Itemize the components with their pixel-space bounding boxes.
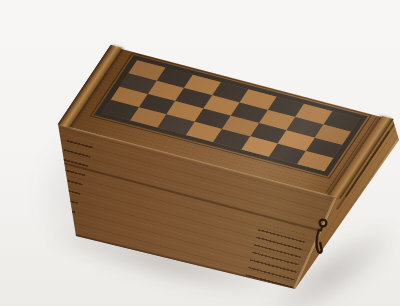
hook-and-eye-latch bbox=[306, 213, 336, 259]
photo-background bbox=[0, 0, 400, 306]
